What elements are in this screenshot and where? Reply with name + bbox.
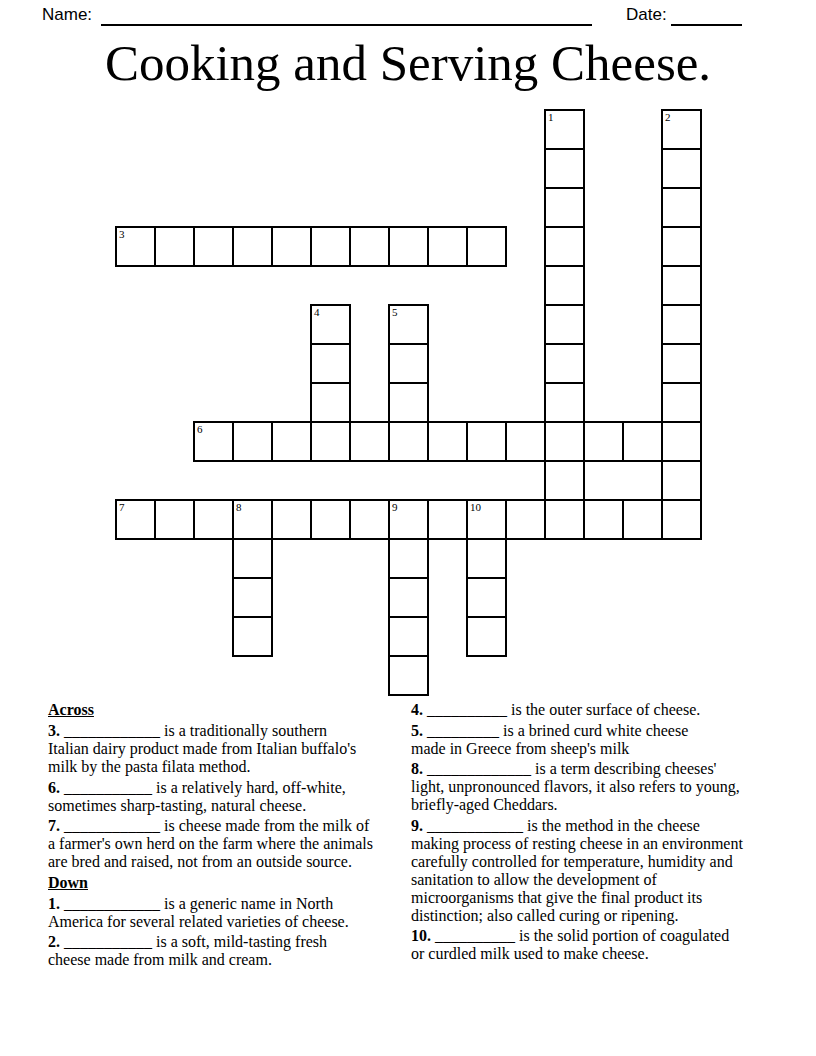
clue-line: 9. ____________ is the method in the che… <box>411 817 796 835</box>
grid-cell-r4c14[interactable] <box>661 265 702 306</box>
grid-cell-r9c14[interactable] <box>661 460 702 501</box>
clue-line: 2. ___________ is a soft, mild-tasting f… <box>48 933 410 951</box>
cell-number-4: 4 <box>314 306 320 318</box>
crossword-grid: 12345678910 <box>115 109 702 696</box>
grid-cell-r3c7[interactable] <box>388 226 429 267</box>
grid-cell-r3c3[interactable] <box>232 226 273 267</box>
grid-cell-r3c14[interactable] <box>661 226 702 267</box>
grid-cell-r10c11[interactable] <box>544 499 585 540</box>
clue-line: 10. __________ is the solid portion of c… <box>411 927 796 945</box>
clue-4: 4. __________ is the outer surface of ch… <box>411 701 796 719</box>
grid-cell-r3c2[interactable] <box>193 226 234 267</box>
grid-cell-r3c1[interactable] <box>154 226 195 267</box>
clue-5: 5. _________ is a brined curd white chee… <box>411 722 796 758</box>
clue-line: 6. ___________ is a relatively hard, off… <box>48 779 410 797</box>
grid-cell-r10c7[interactable]: 9 <box>388 499 429 540</box>
grid-cell-r8c3[interactable] <box>232 421 273 462</box>
grid-cell-r6c11[interactable] <box>544 343 585 384</box>
grid-cell-r8c4[interactable] <box>271 421 312 462</box>
cell-number-3: 3 <box>119 228 125 240</box>
date-blank-line[interactable] <box>671 1 742 26</box>
grid-cell-r8c12[interactable] <box>583 421 624 462</box>
clue-6: 6. ___________ is a relatively hard, off… <box>48 779 410 815</box>
cell-number-6: 6 <box>197 423 203 435</box>
clue-3: 3. ____________ is a traditionally south… <box>48 722 410 776</box>
grid-cell-r3c8[interactable] <box>427 226 468 267</box>
grid-cell-r0c11[interactable]: 1 <box>544 109 585 150</box>
grid-cell-r10c6[interactable] <box>349 499 390 540</box>
grid-cell-r10c8[interactable] <box>427 499 468 540</box>
grid-cell-r5c11[interactable] <box>544 304 585 345</box>
clue-line: cheese made from milk and cream. <box>48 951 410 969</box>
cell-number-5: 5 <box>392 306 398 318</box>
grid-cell-r10c3[interactable]: 8 <box>232 499 273 540</box>
clue-1: 1. ____________ is a generic name in Nor… <box>48 895 410 931</box>
cell-number-8: 8 <box>236 501 242 513</box>
date-label: Date: <box>626 5 667 25</box>
clue-heading-down: Down <box>48 874 410 892</box>
grid-cell-r7c7[interactable] <box>388 382 429 423</box>
grid-cell-r1c14[interactable] <box>661 148 702 189</box>
grid-cell-r10c2[interactable] <box>193 499 234 540</box>
clue-number-label: 8. <box>411 760 423 777</box>
clue-7: 7. ____________ is cheese made from the … <box>48 817 410 871</box>
grid-cell-r1c11[interactable] <box>544 148 585 189</box>
grid-cell-r7c11[interactable] <box>544 382 585 423</box>
clue-line: America for several related varieties of… <box>48 913 410 931</box>
cell-number-9: 9 <box>392 501 398 513</box>
grid-cell-r3c4[interactable] <box>271 226 312 267</box>
clues-left-column: Across3. ____________ is a traditionally… <box>48 701 410 972</box>
grid-cell-r9c11[interactable] <box>544 460 585 501</box>
grid-cell-r5c5[interactable]: 4 <box>310 304 351 345</box>
grid-cell-r3c0[interactable]: 3 <box>115 226 156 267</box>
grid-cell-r5c7[interactable]: 5 <box>388 304 429 345</box>
grid-cell-r11c7[interactable] <box>388 538 429 579</box>
clue-number-label: 5. <box>411 722 423 739</box>
grid-cell-r8c10[interactable] <box>505 421 546 462</box>
grid-cell-r2c14[interactable] <box>661 187 702 228</box>
clue-line: milk by the pasta filata method. <box>48 758 410 776</box>
clue-heading-across: Across <box>48 701 410 719</box>
clue-line: 1. ____________ is a generic name in Nor… <box>48 895 410 913</box>
grid-cell-r2c11[interactable] <box>544 187 585 228</box>
clue-line: briefly-aged Cheddars. <box>411 796 796 814</box>
grid-cell-r8c13[interactable] <box>622 421 663 462</box>
clue-line: a farmer's own herd on the farm where th… <box>48 835 410 853</box>
clue-number-label: 3. <box>48 722 60 739</box>
cell-number-10: 10 <box>470 501 481 513</box>
grid-cell-r7c14[interactable] <box>661 382 702 423</box>
grid-cell-r8c14[interactable] <box>661 421 702 462</box>
clue-line: sanitation to allow the development of <box>411 871 796 889</box>
clue-line: or curdled milk used to make cheese. <box>411 945 796 963</box>
grid-cell-r8c5[interactable] <box>310 421 351 462</box>
grid-cell-r13c7[interactable] <box>388 616 429 657</box>
grid-cell-r10c10[interactable] <box>505 499 546 540</box>
grid-cell-r7c5[interactable] <box>310 382 351 423</box>
grid-cell-r3c9[interactable] <box>466 226 507 267</box>
clue-number-label: 6. <box>48 779 60 796</box>
grid-cell-r6c5[interactable] <box>310 343 351 384</box>
clue-line: 7. ____________ is cheese made from the … <box>48 817 410 835</box>
grid-cell-r10c4[interactable] <box>271 499 312 540</box>
grid-cell-r6c14[interactable] <box>661 343 702 384</box>
clue-line: 5. _________ is a brined curd white chee… <box>411 722 796 740</box>
grid-cell-r8c11[interactable] <box>544 421 585 462</box>
clue-number-label: 2. <box>48 933 60 950</box>
clue-2: 2. ___________ is a soft, mild-tasting f… <box>48 933 410 969</box>
grid-cell-r8c9[interactable] <box>466 421 507 462</box>
clue-line: 8. _____________ is a term describing ch… <box>411 760 796 778</box>
clue-line: distinction; also called curing or ripen… <box>411 907 796 925</box>
grid-cell-r10c9[interactable]: 10 <box>466 499 507 540</box>
cell-number-7: 7 <box>119 501 125 513</box>
cell-number-2: 2 <box>665 111 671 123</box>
grid-cell-r14c7[interactable] <box>388 655 429 696</box>
clue-number-label: 4. <box>411 701 423 718</box>
clue-line: microorganisms that give the final produ… <box>411 889 796 907</box>
grid-cell-r8c7[interactable] <box>388 421 429 462</box>
grid-cell-r3c5[interactable] <box>310 226 351 267</box>
grid-cell-r10c0[interactable]: 7 <box>115 499 156 540</box>
clue-line: 3. ____________ is a traditionally south… <box>48 722 410 740</box>
clues-right-column: 4. __________ is the outer surface of ch… <box>411 701 796 966</box>
grid-cell-r3c6[interactable] <box>349 226 390 267</box>
grid-cell-r12c9[interactable] <box>466 577 507 618</box>
grid-cell-r10c14[interactable] <box>661 499 702 540</box>
grid-cell-r8c8[interactable] <box>427 421 468 462</box>
grid-cell-r11c3[interactable] <box>232 538 273 579</box>
clue-line: 4. __________ is the outer surface of ch… <box>411 701 796 719</box>
grid-cell-r12c7[interactable] <box>388 577 429 618</box>
clue-line: carefully controlled for temperature, hu… <box>411 853 796 871</box>
grid-cell-r6c7[interactable] <box>388 343 429 384</box>
grid-cell-r10c12[interactable] <box>583 499 624 540</box>
name-blank-line[interactable] <box>101 1 592 26</box>
clue-10: 10. __________ is the solid portion of c… <box>411 927 796 963</box>
clue-9: 9. ____________ is the method in the che… <box>411 817 796 925</box>
clue-line: making process of resting cheese in an e… <box>411 835 796 853</box>
grid-cell-r13c3[interactable] <box>232 616 273 657</box>
clue-line: are bred and raised, not from an outside… <box>48 853 410 871</box>
grid-cell-r4c11[interactable] <box>544 265 585 306</box>
grid-cell-r11c9[interactable] <box>466 538 507 579</box>
grid-cell-r10c13[interactable] <box>622 499 663 540</box>
clue-line: sometimes sharp-tasting, natural cheese. <box>48 797 410 815</box>
grid-cell-r8c2[interactable]: 6 <box>193 421 234 462</box>
name-label: Name: <box>42 5 92 25</box>
grid-cell-r10c1[interactable] <box>154 499 195 540</box>
worksheet-page: Name: Date: Cooking and Serving Cheese. … <box>0 0 816 1056</box>
clue-number-label: 7. <box>48 817 60 834</box>
clue-number-label: 9. <box>411 817 423 834</box>
grid-cell-r10c5[interactable] <box>310 499 351 540</box>
clue-line: light, unpronounced flavors, it also ref… <box>411 778 796 796</box>
puzzle-title: Cooking and Serving Cheese. <box>0 34 816 92</box>
clue-8: 8. _____________ is a term describing ch… <box>411 760 796 814</box>
grid-cell-r8c6[interactable] <box>349 421 390 462</box>
clue-line: Italian dairy product made from Italian … <box>48 740 410 758</box>
cell-number-1: 1 <box>548 111 554 123</box>
grid-cell-r5c14[interactable] <box>661 304 702 345</box>
grid-cell-r13c9[interactable] <box>466 616 507 657</box>
clue-number-label: 1. <box>48 895 60 912</box>
grid-cell-r3c11[interactable] <box>544 226 585 267</box>
clue-number-label: 10. <box>411 927 431 944</box>
grid-cell-r12c3[interactable] <box>232 577 273 618</box>
clue-line: made in Greece from sheep's milk <box>411 740 796 758</box>
grid-cell-r0c14[interactable]: 2 <box>661 109 702 150</box>
